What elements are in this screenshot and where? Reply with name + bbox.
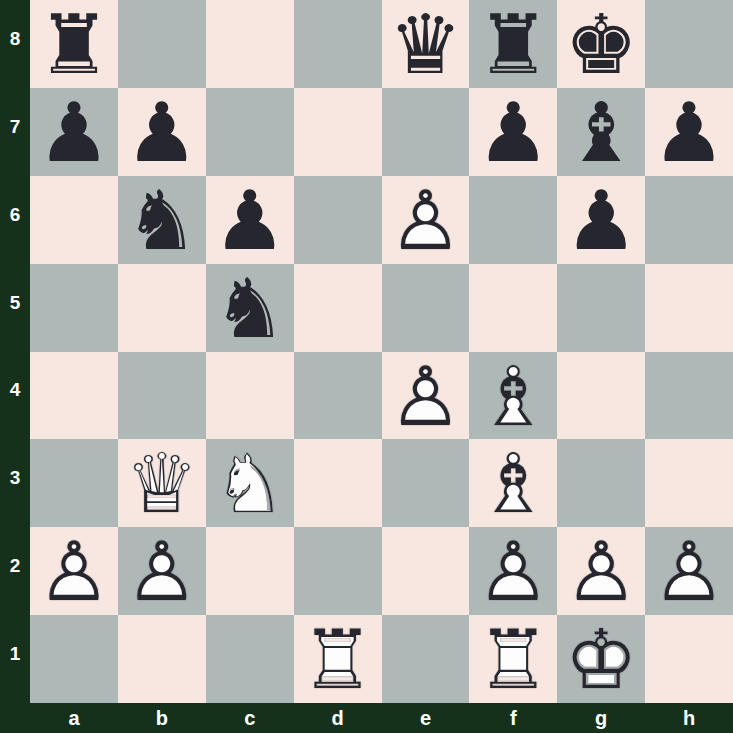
white-pawn-outline-glyph: ♙: [645, 527, 733, 615]
square-c1[interactable]: [206, 615, 294, 703]
square-f2[interactable]: ♟♙: [469, 527, 557, 615]
piece-white-pawn[interactable]: ♟♙: [30, 527, 118, 615]
white-queen-outline-glyph: ♕: [118, 439, 206, 527]
white-pawn-outline-glyph: ♙: [118, 527, 206, 615]
square-a2[interactable]: ♟♙: [30, 527, 118, 615]
square-b3[interactable]: ♛♕: [118, 439, 206, 527]
square-a1[interactable]: [30, 615, 118, 703]
board: ♜♛♜♚♟♟♟♝♟♞♟♟♙♟♞♟♙♝♗♛♕♞♘♝♗♟♙♟♙♟♙♟♙♟♙♜♖♜♖♚…: [30, 0, 733, 703]
square-d4[interactable]: [294, 352, 382, 440]
piece-white-bishop[interactable]: ♝♗: [469, 352, 557, 440]
black-rook-glyph: ♜: [469, 0, 557, 88]
square-g1[interactable]: ♚♔: [557, 615, 645, 703]
square-a3[interactable]: [30, 439, 118, 527]
square-f8[interactable]: ♜: [469, 0, 557, 88]
white-pawn-outline-glyph: ♙: [382, 352, 470, 440]
piece-white-pawn[interactable]: ♟♙: [469, 527, 557, 615]
piece-white-pawn[interactable]: ♟♙: [382, 352, 470, 440]
square-g8[interactable]: ♚: [557, 0, 645, 88]
square-d8[interactable]: [294, 0, 382, 88]
square-c3[interactable]: ♞♘: [206, 439, 294, 527]
black-pawn-glyph: ♟: [206, 176, 294, 264]
square-d2[interactable]: [294, 527, 382, 615]
square-h7[interactable]: ♟: [645, 88, 733, 176]
white-pawn-outline-glyph: ♙: [557, 527, 645, 615]
rank-label-2: 2: [0, 527, 30, 615]
square-b1[interactable]: [118, 615, 206, 703]
black-pawn-glyph: ♟: [469, 88, 557, 176]
square-e7[interactable]: [382, 88, 470, 176]
square-e5[interactable]: [382, 264, 470, 352]
piece-white-bishop[interactable]: ♝♗: [469, 439, 557, 527]
rank-label-5: 5: [0, 264, 30, 352]
square-f1[interactable]: ♜♖: [469, 615, 557, 703]
piece-black-pawn[interactable]: ♟: [30, 88, 118, 176]
file-label-d: d: [294, 703, 382, 733]
square-b2[interactable]: ♟♙: [118, 527, 206, 615]
file-label-f: f: [469, 703, 557, 733]
piece-white-pawn[interactable]: ♟♙: [645, 527, 733, 615]
square-a6[interactable]: [30, 176, 118, 264]
square-h4[interactable]: [645, 352, 733, 440]
file-label-e: e: [382, 703, 470, 733]
square-b5[interactable]: [118, 264, 206, 352]
white-pawn-outline-glyph: ♙: [382, 176, 470, 264]
square-d5[interactable]: [294, 264, 382, 352]
square-f4[interactable]: ♝♗: [469, 352, 557, 440]
piece-white-queen[interactable]: ♛♕: [118, 439, 206, 527]
piece-white-rook[interactable]: ♜♖: [469, 615, 557, 703]
rank-label-1: 1: [0, 615, 30, 703]
square-b4[interactable]: [118, 352, 206, 440]
rank-label-6: 6: [0, 176, 30, 264]
file-label-a: a: [30, 703, 118, 733]
file-labels: abcdefgh: [30, 703, 733, 733]
black-bishop-glyph: ♝: [557, 88, 645, 176]
square-h5[interactable]: [645, 264, 733, 352]
white-bishop-outline-glyph: ♗: [469, 439, 557, 527]
black-queen-glyph: ♛: [382, 0, 470, 88]
file-label-g: g: [557, 703, 645, 733]
square-f7[interactable]: ♟: [469, 88, 557, 176]
square-g6[interactable]: ♟: [557, 176, 645, 264]
black-pawn-glyph: ♟: [30, 88, 118, 176]
piece-black-pawn[interactable]: ♟: [206, 176, 294, 264]
black-rook-glyph: ♜: [30, 0, 118, 88]
square-g4[interactable]: [557, 352, 645, 440]
square-b6[interactable]: ♞: [118, 176, 206, 264]
piece-black-queen[interactable]: ♛: [382, 0, 470, 88]
piece-black-bishop[interactable]: ♝: [557, 88, 645, 176]
square-h6[interactable]: [645, 176, 733, 264]
rank-label-4: 4: [0, 352, 30, 440]
square-f6[interactable]: [469, 176, 557, 264]
square-f5[interactable]: [469, 264, 557, 352]
file-label-c: c: [206, 703, 294, 733]
piece-black-pawn[interactable]: ♟: [645, 88, 733, 176]
square-c7[interactable]: [206, 88, 294, 176]
square-d6[interactable]: [294, 176, 382, 264]
square-h3[interactable]: [645, 439, 733, 527]
white-bishop-outline-glyph: ♗: [469, 352, 557, 440]
piece-black-king[interactable]: ♚: [557, 0, 645, 88]
square-g5[interactable]: [557, 264, 645, 352]
square-a4[interactable]: [30, 352, 118, 440]
square-e4[interactable]: ♟♙: [382, 352, 470, 440]
square-a7[interactable]: ♟: [30, 88, 118, 176]
square-g7[interactable]: ♝: [557, 88, 645, 176]
piece-white-pawn[interactable]: ♟♙: [118, 527, 206, 615]
square-c2[interactable]: [206, 527, 294, 615]
square-c5[interactable]: ♞: [206, 264, 294, 352]
square-d1[interactable]: ♜♖: [294, 615, 382, 703]
square-d3[interactable]: [294, 439, 382, 527]
piece-white-pawn[interactable]: ♟♙: [382, 176, 470, 264]
white-rook-outline-glyph: ♖: [469, 615, 557, 703]
square-e2[interactable]: [382, 527, 470, 615]
black-knight-glyph: ♞: [118, 176, 206, 264]
square-e3[interactable]: [382, 439, 470, 527]
square-h8[interactable]: [645, 0, 733, 88]
square-c6[interactable]: ♟: [206, 176, 294, 264]
piece-white-knight[interactable]: ♞♘: [206, 439, 294, 527]
white-king-outline-glyph: ♔: [557, 615, 645, 703]
piece-white-pawn[interactable]: ♟♙: [557, 527, 645, 615]
rank-label-8: 8: [0, 0, 30, 88]
black-king-glyph: ♚: [557, 0, 645, 88]
white-rook-outline-glyph: ♖: [294, 615, 382, 703]
white-pawn-outline-glyph: ♙: [469, 527, 557, 615]
piece-black-knight[interactable]: ♞: [118, 176, 206, 264]
square-a5[interactable]: [30, 264, 118, 352]
piece-white-rook[interactable]: ♜♖: [294, 615, 382, 703]
piece-black-pawn[interactable]: ♟: [557, 176, 645, 264]
chess-board-panel: 87654321 ♜♛♜♚♟♟♟♝♟♞♟♟♙♟♞♟♙♝♗♛♕♞♘♝♗♟♙♟♙♟♙…: [0, 0, 733, 733]
square-c4[interactable]: [206, 352, 294, 440]
black-pawn-glyph: ♟: [118, 88, 206, 176]
square-h1[interactable]: [645, 615, 733, 703]
square-b7[interactable]: ♟: [118, 88, 206, 176]
piece-black-knight[interactable]: ♞: [206, 264, 294, 352]
file-label-h: h: [645, 703, 733, 733]
white-knight-outline-glyph: ♘: [206, 439, 294, 527]
piece-black-pawn[interactable]: ♟: [469, 88, 557, 176]
piece-white-king[interactable]: ♚♔: [557, 615, 645, 703]
piece-black-rook[interactable]: ♜: [469, 0, 557, 88]
square-b8[interactable]: [118, 0, 206, 88]
black-pawn-glyph: ♟: [557, 176, 645, 264]
rank-label-7: 7: [0, 88, 30, 176]
square-e6[interactable]: ♟♙: [382, 176, 470, 264]
piece-black-pawn[interactable]: ♟: [118, 88, 206, 176]
square-e1[interactable]: [382, 615, 470, 703]
square-c8[interactable]: [206, 0, 294, 88]
rank-labels: 87654321: [0, 0, 30, 703]
square-f3[interactable]: ♝♗: [469, 439, 557, 527]
piece-black-rook[interactable]: ♜: [30, 0, 118, 88]
file-label-b: b: [118, 703, 206, 733]
white-pawn-outline-glyph: ♙: [30, 527, 118, 615]
square-h2[interactable]: ♟♙: [645, 527, 733, 615]
black-knight-glyph: ♞: [206, 264, 294, 352]
square-e8[interactable]: ♛: [382, 0, 470, 88]
rank-label-3: 3: [0, 439, 30, 527]
square-d7[interactable]: [294, 88, 382, 176]
square-g3[interactable]: [557, 439, 645, 527]
square-g2[interactable]: ♟♙: [557, 527, 645, 615]
square-a8[interactable]: ♜: [30, 0, 118, 88]
black-pawn-glyph: ♟: [645, 88, 733, 176]
